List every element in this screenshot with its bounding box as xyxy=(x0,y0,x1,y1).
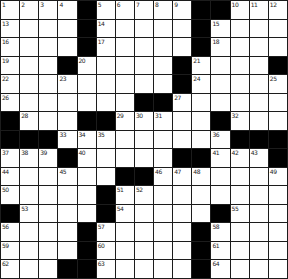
white-cell[interactable]: 33 xyxy=(58,131,77,150)
clue-number: 56 xyxy=(2,223,9,230)
white-cell[interactable] xyxy=(116,75,135,94)
white-cell[interactable] xyxy=(250,260,269,279)
white-cell[interactable]: 41 xyxy=(211,149,230,168)
white-cell[interactable]: 1 xyxy=(1,1,20,20)
white-cell[interactable]: 60 xyxy=(97,242,116,261)
white-cell[interactable]: 26 xyxy=(1,94,20,113)
white-cell[interactable] xyxy=(269,242,288,261)
clue-number: 33 xyxy=(59,131,66,138)
black-cell xyxy=(78,38,97,57)
clue-number: 14 xyxy=(98,20,105,27)
white-cell[interactable] xyxy=(231,168,250,187)
white-cell[interactable] xyxy=(231,186,250,205)
white-cell[interactable] xyxy=(231,38,250,57)
white-cell[interactable]: 45 xyxy=(58,168,77,187)
white-cell[interactable]: 10 xyxy=(231,1,250,20)
black-cell xyxy=(135,168,154,187)
white-cell[interactable] xyxy=(97,75,116,94)
white-cell[interactable]: 4 xyxy=(58,1,77,20)
white-cell[interactable] xyxy=(39,75,58,94)
white-cell[interactable]: 54 xyxy=(116,205,135,224)
white-cell[interactable]: 7 xyxy=(135,1,154,20)
white-cell[interactable] xyxy=(154,38,173,57)
white-cell[interactable]: 5 xyxy=(97,1,116,20)
white-cell[interactable] xyxy=(39,94,58,113)
black-cell xyxy=(78,20,97,39)
white-cell[interactable] xyxy=(173,242,192,261)
white-cell[interactable] xyxy=(135,20,154,39)
white-cell[interactable]: 59 xyxy=(1,242,20,261)
white-cell[interactable] xyxy=(231,242,250,261)
clue-number: 28 xyxy=(21,112,28,119)
white-cell[interactable] xyxy=(154,223,173,242)
clue-number: 13 xyxy=(2,20,9,27)
clue-number: 58 xyxy=(212,223,219,230)
white-cell[interactable]: 20 xyxy=(78,57,97,76)
clue-number: 10 xyxy=(232,1,239,8)
clue-number: 41 xyxy=(212,149,219,156)
black-cell xyxy=(97,112,116,131)
clue-number: 52 xyxy=(136,186,143,193)
white-cell[interactable]: 56 xyxy=(1,223,20,242)
white-cell[interactable] xyxy=(20,94,39,113)
white-cell[interactable]: 37 xyxy=(1,149,20,168)
clue-number: 21 xyxy=(193,57,200,64)
white-cell[interactable] xyxy=(231,260,250,279)
white-cell[interactable]: 22 xyxy=(1,75,20,94)
white-cell[interactable] xyxy=(20,186,39,205)
white-cell[interactable] xyxy=(39,112,58,131)
clue-number: 8 xyxy=(155,1,158,8)
white-cell[interactable] xyxy=(250,75,269,94)
white-cell[interactable] xyxy=(154,260,173,279)
white-cell[interactable]: 50 xyxy=(1,186,20,205)
white-cell[interactable] xyxy=(231,20,250,39)
clue-number: 55 xyxy=(232,205,239,212)
clue-number: 19 xyxy=(2,57,9,64)
white-cell[interactable] xyxy=(116,57,135,76)
clue-number: 6 xyxy=(117,1,120,8)
clue-number: 38 xyxy=(21,149,28,156)
white-cell[interactable]: 24 xyxy=(192,75,211,94)
white-cell[interactable] xyxy=(58,94,77,113)
white-cell[interactable] xyxy=(250,57,269,76)
black-cell xyxy=(97,186,116,205)
clue-number: 37 xyxy=(2,149,9,156)
white-cell[interactable]: 58 xyxy=(211,223,230,242)
white-cell[interactable] xyxy=(269,94,288,113)
black-cell xyxy=(58,57,77,76)
white-cell[interactable] xyxy=(269,186,288,205)
white-cell[interactable] xyxy=(173,260,192,279)
white-cell[interactable] xyxy=(58,20,77,39)
white-cell[interactable] xyxy=(39,205,58,224)
clue-number: 60 xyxy=(98,242,105,249)
black-cell xyxy=(135,94,154,113)
white-cell[interactable] xyxy=(39,242,58,261)
white-cell[interactable] xyxy=(39,20,58,39)
white-cell[interactable] xyxy=(20,168,39,187)
clue-number: 54 xyxy=(117,205,124,212)
black-cell xyxy=(192,20,211,39)
white-cell[interactable] xyxy=(20,38,39,57)
white-cell[interactable]: 11 xyxy=(250,1,269,20)
clue-number: 39 xyxy=(40,149,47,156)
white-cell[interactable] xyxy=(135,242,154,261)
white-cell[interactable]: 62 xyxy=(1,260,20,279)
white-cell[interactable]: 16 xyxy=(1,38,20,57)
white-cell[interactable] xyxy=(78,205,97,224)
white-cell[interactable] xyxy=(192,131,211,150)
white-cell[interactable]: 44 xyxy=(1,168,20,187)
clue-number: 25 xyxy=(270,75,277,82)
white-cell[interactable] xyxy=(231,94,250,113)
white-cell[interactable]: 52 xyxy=(135,186,154,205)
white-cell[interactable] xyxy=(154,20,173,39)
white-cell[interactable] xyxy=(173,112,192,131)
clue-number: 11 xyxy=(251,1,258,8)
clue-number: 17 xyxy=(98,38,105,45)
black-cell xyxy=(269,149,288,168)
white-cell[interactable] xyxy=(116,94,135,113)
white-cell[interactable] xyxy=(250,242,269,261)
white-cell[interactable]: 27 xyxy=(173,94,192,113)
clue-number: 2 xyxy=(21,1,24,8)
white-cell[interactable] xyxy=(58,186,77,205)
white-cell[interactable] xyxy=(192,94,211,113)
white-cell[interactable] xyxy=(20,75,39,94)
clue-number: 23 xyxy=(59,75,66,82)
white-cell[interactable] xyxy=(154,57,173,76)
black-cell xyxy=(192,223,211,242)
white-cell[interactable]: 57 xyxy=(97,223,116,242)
clue-number: 50 xyxy=(2,186,9,193)
white-cell[interactable]: 42 xyxy=(231,149,250,168)
clue-number: 1 xyxy=(2,1,5,8)
white-cell[interactable]: 18 xyxy=(211,38,230,57)
black-cell xyxy=(97,205,116,224)
white-cell[interactable] xyxy=(250,168,269,187)
white-cell[interactable] xyxy=(154,186,173,205)
white-cell[interactable] xyxy=(135,57,154,76)
white-cell[interactable] xyxy=(135,149,154,168)
clue-number: 30 xyxy=(136,112,143,119)
black-cell xyxy=(1,131,20,150)
white-cell[interactable] xyxy=(97,57,116,76)
white-cell[interactable]: 32 xyxy=(231,112,250,131)
black-cell xyxy=(1,205,20,224)
white-cell[interactable] xyxy=(250,223,269,242)
white-cell[interactable]: 25 xyxy=(269,75,288,94)
white-cell[interactable] xyxy=(116,260,135,279)
white-cell[interactable] xyxy=(58,38,77,57)
white-cell[interactable]: 36 xyxy=(211,131,230,150)
white-cell[interactable]: 49 xyxy=(269,168,288,187)
white-cell[interactable]: 47 xyxy=(173,168,192,187)
white-cell[interactable] xyxy=(20,242,39,261)
white-cell[interactable] xyxy=(269,112,288,131)
white-cell[interactable] xyxy=(154,75,173,94)
white-cell[interactable] xyxy=(39,223,58,242)
black-cell xyxy=(78,112,97,131)
clue-number: 47 xyxy=(174,168,181,175)
white-cell[interactable]: 6 xyxy=(116,1,135,20)
clue-number: 24 xyxy=(193,75,200,82)
white-cell[interactable] xyxy=(250,205,269,224)
white-cell[interactable]: 2 xyxy=(20,1,39,20)
clue-number: 15 xyxy=(212,20,219,27)
black-cell xyxy=(231,131,250,150)
white-cell[interactable]: 9 xyxy=(173,1,192,20)
clue-number: 57 xyxy=(98,223,105,230)
clue-number: 49 xyxy=(270,168,277,175)
black-cell xyxy=(211,205,230,224)
white-cell[interactable] xyxy=(39,260,58,279)
white-cell[interactable]: 38 xyxy=(20,149,39,168)
white-cell[interactable]: 29 xyxy=(116,112,135,131)
white-cell[interactable] xyxy=(211,94,230,113)
white-cell[interactable] xyxy=(269,205,288,224)
white-cell[interactable] xyxy=(173,205,192,224)
clue-number: 43 xyxy=(251,149,258,156)
white-cell[interactable] xyxy=(211,57,230,76)
white-cell[interactable] xyxy=(78,75,97,94)
white-cell[interactable] xyxy=(269,260,288,279)
white-cell[interactable] xyxy=(116,131,135,150)
white-cell[interactable]: 8 xyxy=(154,1,173,20)
white-cell[interactable]: 34 xyxy=(78,131,97,150)
clue-number: 16 xyxy=(2,38,9,45)
white-cell[interactable] xyxy=(116,242,135,261)
black-cell xyxy=(20,131,39,150)
clue-number: 44 xyxy=(2,168,9,175)
white-cell[interactable] xyxy=(269,20,288,39)
black-cell xyxy=(269,131,288,150)
clue-number: 27 xyxy=(174,94,181,101)
white-cell[interactable]: 53 xyxy=(20,205,39,224)
white-cell[interactable] xyxy=(58,112,77,131)
white-cell[interactable]: 31 xyxy=(154,112,173,131)
white-cell[interactable] xyxy=(39,186,58,205)
white-cell[interactable] xyxy=(211,168,230,187)
black-cell xyxy=(1,112,20,131)
clue-number: 7 xyxy=(136,1,139,8)
white-cell[interactable] xyxy=(116,223,135,242)
clue-number: 12 xyxy=(270,1,277,8)
white-cell[interactable] xyxy=(231,57,250,76)
black-cell xyxy=(173,57,192,76)
white-cell[interactable]: 19 xyxy=(1,57,20,76)
white-cell[interactable] xyxy=(154,205,173,224)
white-cell[interactable]: 40 xyxy=(78,149,97,168)
black-cell xyxy=(78,260,97,279)
black-cell xyxy=(192,38,211,57)
clue-number: 18 xyxy=(212,38,219,45)
white-cell[interactable]: 55 xyxy=(231,205,250,224)
clue-number: 5 xyxy=(98,1,101,8)
white-cell[interactable]: 46 xyxy=(154,168,173,187)
black-cell xyxy=(78,1,97,20)
clue-number: 51 xyxy=(117,186,124,193)
clue-number: 63 xyxy=(98,260,105,267)
white-cell[interactable]: 30 xyxy=(135,112,154,131)
white-cell[interactable] xyxy=(154,242,173,261)
black-cell xyxy=(269,57,288,76)
white-cell[interactable] xyxy=(135,223,154,242)
white-cell[interactable]: 35 xyxy=(97,131,116,150)
clue-number: 59 xyxy=(2,242,9,249)
white-cell[interactable] xyxy=(192,112,211,131)
white-cell[interactable]: 61 xyxy=(211,242,230,261)
white-cell[interactable]: 17 xyxy=(97,38,116,57)
white-cell[interactable] xyxy=(192,186,211,205)
clue-number: 34 xyxy=(79,131,86,138)
white-cell[interactable]: 51 xyxy=(116,186,135,205)
black-cell xyxy=(154,94,173,113)
white-cell[interactable] xyxy=(39,38,58,57)
white-cell[interactable] xyxy=(58,205,77,224)
black-cell xyxy=(173,149,192,168)
white-cell[interactable] xyxy=(97,168,116,187)
clue-number: 36 xyxy=(212,131,219,138)
clue-number: 26 xyxy=(2,94,9,101)
white-cell[interactable] xyxy=(231,223,250,242)
white-cell[interactable] xyxy=(20,260,39,279)
white-cell[interactable]: 39 xyxy=(39,149,58,168)
white-cell[interactable] xyxy=(250,186,269,205)
black-cell xyxy=(211,112,230,131)
white-cell[interactable] xyxy=(58,223,77,242)
black-cell xyxy=(39,131,58,150)
white-cell[interactable] xyxy=(39,168,58,187)
clue-number: 31 xyxy=(155,112,162,119)
white-cell[interactable] xyxy=(173,38,192,57)
clue-number: 53 xyxy=(21,205,28,212)
white-cell[interactable] xyxy=(154,149,173,168)
clue-number: 29 xyxy=(117,112,124,119)
white-cell[interactable]: 23 xyxy=(58,75,77,94)
white-cell[interactable] xyxy=(97,149,116,168)
white-cell[interactable]: 43 xyxy=(250,149,269,168)
white-cell[interactable] xyxy=(135,75,154,94)
white-cell[interactable] xyxy=(135,260,154,279)
white-cell[interactable] xyxy=(154,131,173,150)
clue-number: 20 xyxy=(79,57,86,64)
clue-number: 62 xyxy=(2,260,9,267)
white-cell[interactable]: 48 xyxy=(192,168,211,187)
black-cell xyxy=(58,260,77,279)
black-cell xyxy=(58,149,77,168)
clue-number: 40 xyxy=(79,149,86,156)
black-cell xyxy=(78,223,97,242)
white-cell[interactable] xyxy=(39,57,58,76)
clue-number: 42 xyxy=(232,149,239,156)
white-cell[interactable]: 28 xyxy=(20,112,39,131)
clue-number: 64 xyxy=(212,260,219,267)
white-cell[interactable] xyxy=(20,223,39,242)
black-cell xyxy=(192,260,211,279)
clue-number: 3 xyxy=(40,1,43,8)
white-cell[interactable] xyxy=(78,94,97,113)
white-cell[interactable] xyxy=(116,149,135,168)
white-cell[interactable]: 64 xyxy=(211,260,230,279)
black-cell xyxy=(173,75,192,94)
black-cell xyxy=(192,242,211,261)
white-cell[interactable]: 12 xyxy=(269,1,288,20)
white-cell[interactable] xyxy=(20,20,39,39)
white-cell[interactable] xyxy=(20,57,39,76)
white-cell[interactable] xyxy=(250,20,269,39)
white-cell[interactable] xyxy=(135,131,154,150)
white-cell[interactable] xyxy=(78,168,97,187)
white-cell[interactable]: 3 xyxy=(39,1,58,20)
clue-number: 46 xyxy=(155,168,162,175)
clue-number: 35 xyxy=(98,131,105,138)
white-cell[interactable] xyxy=(250,112,269,131)
white-cell[interactable] xyxy=(173,131,192,150)
white-cell[interactable]: 14 xyxy=(97,20,116,39)
black-cell xyxy=(116,168,135,187)
white-cell[interactable]: 21 xyxy=(192,57,211,76)
clue-number: 22 xyxy=(2,75,9,82)
white-cell[interactable] xyxy=(211,75,230,94)
white-cell[interactable] xyxy=(269,38,288,57)
clue-number: 45 xyxy=(59,168,66,175)
white-cell[interactable] xyxy=(269,223,288,242)
white-cell[interactable] xyxy=(116,20,135,39)
white-cell[interactable] xyxy=(211,186,230,205)
white-cell[interactable] xyxy=(135,205,154,224)
white-cell[interactable] xyxy=(250,94,269,113)
white-cell[interactable] xyxy=(173,186,192,205)
crossword-board: 1234567891011121314151617181920212223242… xyxy=(0,0,288,279)
clue-number: 4 xyxy=(59,1,62,8)
black-cell xyxy=(78,242,97,261)
white-cell[interactable] xyxy=(250,38,269,57)
clue-number: 32 xyxy=(232,112,239,119)
white-cell[interactable] xyxy=(173,20,192,39)
white-cell[interactable] xyxy=(78,186,97,205)
white-cell[interactable] xyxy=(231,75,250,94)
clue-number: 48 xyxy=(193,168,200,175)
clue-number: 61 xyxy=(212,242,219,249)
white-cell[interactable] xyxy=(192,205,211,224)
white-cell[interactable]: 13 xyxy=(1,20,20,39)
black-cell xyxy=(250,131,269,150)
white-cell[interactable] xyxy=(58,242,77,261)
white-cell[interactable]: 15 xyxy=(211,20,230,39)
white-cell[interactable] xyxy=(116,38,135,57)
black-cell xyxy=(211,1,230,20)
white-cell[interactable]: 63 xyxy=(97,260,116,279)
white-cell[interactable] xyxy=(97,94,116,113)
black-cell xyxy=(192,1,211,20)
clue-number: 9 xyxy=(174,1,177,8)
white-cell[interactable] xyxy=(173,223,192,242)
black-cell xyxy=(192,149,211,168)
white-cell[interactable] xyxy=(135,38,154,57)
